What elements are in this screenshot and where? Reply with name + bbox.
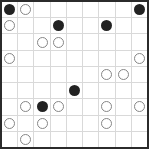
cell-r1c6[interactable] [99, 18, 114, 33]
cell-r3c7[interactable] [116, 51, 131, 66]
cell-r8c3[interactable] [51, 132, 66, 147]
cell-r2c0[interactable] [2, 34, 17, 49]
cell-r3c2[interactable] [34, 51, 49, 66]
cell-r1c1[interactable] [18, 18, 33, 33]
cell-r8c5[interactable] [83, 132, 98, 147]
cell-r4c1[interactable] [18, 67, 33, 82]
cell-r4c4[interactable] [67, 67, 82, 82]
white-pearl-icon [53, 37, 64, 48]
cell-r3c1[interactable] [18, 51, 33, 66]
cell-r8c7[interactable] [116, 132, 131, 147]
cell-r6c3[interactable] [51, 99, 66, 114]
cell-r0c4[interactable] [67, 2, 82, 17]
cell-r6c5[interactable] [83, 99, 98, 114]
white-pearl-icon [101, 118, 112, 129]
cell-r6c7[interactable] [116, 99, 131, 114]
cell-r4c0[interactable] [2, 67, 17, 82]
cell-r7c6[interactable] [99, 116, 114, 131]
white-pearl-icon [101, 101, 112, 112]
cell-r2c4[interactable] [67, 34, 82, 49]
white-pearl-icon [4, 118, 15, 129]
cell-r5c6[interactable] [99, 83, 114, 98]
white-pearl-icon [101, 69, 112, 80]
cell-r3c8[interactable] [132, 51, 147, 66]
cell-r4c8[interactable] [132, 67, 147, 82]
cell-r6c1[interactable] [18, 99, 33, 114]
cell-r6c2[interactable] [34, 99, 49, 114]
black-pearl-icon [69, 85, 80, 96]
cell-r8c1[interactable] [18, 132, 33, 147]
cell-r0c0[interactable] [2, 2, 17, 17]
cell-r7c4[interactable] [67, 116, 82, 131]
cell-r1c5[interactable] [83, 18, 98, 33]
cell-r6c0[interactable] [2, 99, 17, 114]
white-pearl-icon [4, 53, 15, 64]
cell-r1c7[interactable] [116, 18, 131, 33]
cell-r3c0[interactable] [2, 51, 17, 66]
cell-r5c7[interactable] [116, 83, 131, 98]
cell-r7c2[interactable] [34, 116, 49, 131]
cell-r4c2[interactable] [34, 67, 49, 82]
cell-r7c5[interactable] [83, 116, 98, 131]
cell-r8c0[interactable] [2, 132, 17, 147]
cell-r2c3[interactable] [51, 34, 66, 49]
black-pearl-icon [4, 4, 15, 15]
cell-r1c4[interactable] [67, 18, 82, 33]
cell-r2c5[interactable] [83, 34, 98, 49]
cell-r0c7[interactable] [116, 2, 131, 17]
cell-r7c1[interactable] [18, 116, 33, 131]
cell-r5c0[interactable] [2, 83, 17, 98]
cell-r8c4[interactable] [67, 132, 82, 147]
cell-r8c8[interactable] [132, 132, 147, 147]
cell-r6c8[interactable] [132, 99, 147, 114]
white-pearl-icon [37, 118, 48, 129]
black-pearl-icon [37, 101, 48, 112]
cell-r0c8[interactable] [132, 2, 147, 17]
white-pearl-icon [134, 53, 145, 64]
masyu-board [0, 0, 149, 149]
cell-r1c0[interactable] [2, 18, 17, 33]
cell-r1c8[interactable] [132, 18, 147, 33]
cell-r4c3[interactable] [51, 67, 66, 82]
cell-r2c2[interactable] [34, 34, 49, 49]
cell-r7c7[interactable] [116, 116, 131, 131]
cell-r2c8[interactable] [132, 34, 147, 49]
cell-r2c1[interactable] [18, 34, 33, 49]
cell-r8c6[interactable] [99, 132, 114, 147]
cell-r5c5[interactable] [83, 83, 98, 98]
black-pearl-icon [101, 20, 112, 31]
cell-r5c4[interactable] [67, 83, 82, 98]
white-pearl-icon [37, 37, 48, 48]
cell-r5c1[interactable] [18, 83, 33, 98]
cell-r5c2[interactable] [34, 83, 49, 98]
white-pearl-icon [118, 69, 129, 80]
cell-r0c1[interactable] [18, 2, 33, 17]
cell-r5c8[interactable] [132, 83, 147, 98]
masyu-puzzle [0, 0, 150, 150]
cell-r3c4[interactable] [67, 51, 82, 66]
cell-r2c6[interactable] [99, 34, 114, 49]
black-pearl-icon [134, 4, 145, 15]
cell-r0c6[interactable] [99, 2, 114, 17]
white-pearl-icon [134, 101, 145, 112]
cell-r4c7[interactable] [116, 67, 131, 82]
cell-r4c5[interactable] [83, 67, 98, 82]
cell-r1c3[interactable] [51, 18, 66, 33]
white-pearl-icon [20, 101, 31, 112]
cell-r6c6[interactable] [99, 99, 114, 114]
cell-r3c6[interactable] [99, 51, 114, 66]
cell-r5c3[interactable] [51, 83, 66, 98]
white-pearl-icon [4, 20, 15, 31]
cell-r4c6[interactable] [99, 67, 114, 82]
cell-r7c0[interactable] [2, 116, 17, 131]
cell-r6c4[interactable] [67, 99, 82, 114]
cell-r0c2[interactable] [34, 2, 49, 17]
cell-r2c7[interactable] [116, 34, 131, 49]
cell-r0c3[interactable] [51, 2, 66, 17]
white-pearl-icon [53, 101, 64, 112]
black-pearl-icon [53, 20, 64, 31]
white-pearl-icon [20, 4, 31, 15]
cell-r3c5[interactable] [83, 51, 98, 66]
cell-r7c3[interactable] [51, 116, 66, 131]
cell-r8c2[interactable] [34, 132, 49, 147]
cell-r3c3[interactable] [51, 51, 66, 66]
cell-r1c2[interactable] [34, 18, 49, 33]
cell-r0c5[interactable] [83, 2, 98, 17]
white-pearl-icon [20, 134, 31, 145]
cell-r7c8[interactable] [132, 116, 147, 131]
